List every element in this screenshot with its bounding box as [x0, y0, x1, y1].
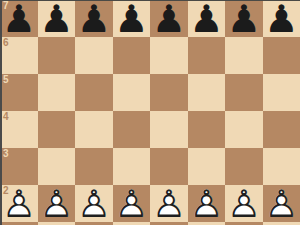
square-b4[interactable] — [38, 111, 76, 148]
square-e4[interactable] — [150, 111, 188, 148]
square-b3[interactable] — [38, 148, 76, 185]
black-pawn[interactable]: ♟ — [113, 0, 151, 37]
square-d2[interactable]: ♟♙ — [113, 185, 151, 222]
white-pawn-outline: ♙ — [188, 185, 226, 222]
square-d3[interactable] — [113, 148, 151, 185]
chess-app-viewport: 7♟♟♟♟♟♟♟♟65432♟♙♟♙♟♙♟♙♟♙♟♙♟♙♟♙ — [0, 0, 300, 225]
square-b7[interactable]: ♟ — [38, 0, 76, 37]
rank-label-4: 4 — [3, 112, 9, 122]
black-pawn[interactable]: ♟ — [75, 0, 113, 37]
square-g5[interactable] — [225, 74, 263, 111]
square-h7[interactable]: ♟ — [263, 0, 301, 37]
rank-label-5: 5 — [3, 75, 9, 85]
square-f5[interactable] — [188, 74, 226, 111]
white-pawn-outline: ♙ — [75, 185, 113, 222]
white-pawn[interactable]: ♟♙ — [225, 185, 263, 222]
square-c2[interactable]: ♟♙ — [75, 185, 113, 222]
square-h4[interactable] — [263, 111, 301, 148]
square-c4[interactable] — [75, 111, 113, 148]
square-a5[interactable]: 5 — [0, 74, 38, 111]
square-c5[interactable] — [75, 74, 113, 111]
square-a3[interactable]: 3 — [0, 148, 38, 185]
square-e7[interactable]: ♟ — [150, 0, 188, 37]
black-pawn[interactable]: ♟ — [263, 0, 301, 37]
rank-label-3: 3 — [3, 149, 9, 159]
square-b2[interactable]: ♟♙ — [38, 185, 76, 222]
square-g2[interactable]: ♟♙ — [225, 185, 263, 222]
black-pawn[interactable]: ♟ — [150, 0, 188, 37]
window-border-left — [0, 0, 2, 225]
square-d5[interactable] — [113, 74, 151, 111]
square-f3[interactable] — [188, 148, 226, 185]
square-e3[interactable] — [150, 148, 188, 185]
square-a2[interactable]: 2♟♙ — [0, 185, 38, 222]
square-g6[interactable] — [225, 37, 263, 74]
square-d7[interactable]: ♟ — [113, 0, 151, 37]
white-pawn[interactable]: ♟♙ — [188, 185, 226, 222]
square-a7[interactable]: 7♟ — [0, 0, 38, 37]
square-h6[interactable] — [263, 37, 301, 74]
white-pawn[interactable]: ♟♙ — [0, 185, 38, 222]
square-f6[interactable] — [188, 37, 226, 74]
square-h2[interactable]: ♟♙ — [263, 185, 301, 222]
square-a4[interactable]: 4 — [0, 111, 38, 148]
white-pawn-outline: ♙ — [38, 185, 76, 222]
window-border-top — [0, 0, 300, 1]
white-pawn-outline: ♙ — [0, 185, 38, 222]
square-e2[interactable]: ♟♙ — [150, 185, 188, 222]
square-b5[interactable] — [38, 74, 76, 111]
square-e5[interactable] — [150, 74, 188, 111]
white-pawn-outline: ♙ — [225, 185, 263, 222]
square-d4[interactable] — [113, 111, 151, 148]
square-c3[interactable] — [75, 148, 113, 185]
white-pawn[interactable]: ♟♙ — [113, 185, 151, 222]
square-g4[interactable] — [225, 111, 263, 148]
square-b6[interactable] — [38, 37, 76, 74]
black-pawn[interactable]: ♟ — [0, 0, 38, 37]
square-g7[interactable]: ♟ — [225, 0, 263, 37]
square-a6[interactable]: 6 — [0, 37, 38, 74]
square-f4[interactable] — [188, 111, 226, 148]
square-h5[interactable] — [263, 74, 301, 111]
square-g3[interactable] — [225, 148, 263, 185]
black-pawn[interactable]: ♟ — [188, 0, 226, 37]
white-pawn[interactable]: ♟♙ — [75, 185, 113, 222]
white-pawn-outline: ♙ — [150, 185, 188, 222]
square-c6[interactable] — [75, 37, 113, 74]
black-pawn[interactable]: ♟ — [38, 0, 76, 37]
white-pawn-outline: ♙ — [113, 185, 151, 222]
chess-board: 7♟♟♟♟♟♟♟♟65432♟♙♟♙♟♙♟♙♟♙♟♙♟♙♟♙ — [0, 0, 300, 225]
square-e6[interactable] — [150, 37, 188, 74]
white-pawn[interactable]: ♟♙ — [38, 185, 76, 222]
square-d6[interactable] — [113, 37, 151, 74]
square-f2[interactable]: ♟♙ — [188, 185, 226, 222]
white-pawn[interactable]: ♟♙ — [263, 185, 301, 222]
black-pawn[interactable]: ♟ — [225, 0, 263, 37]
white-pawn[interactable]: ♟♙ — [150, 185, 188, 222]
square-c7[interactable]: ♟ — [75, 0, 113, 37]
square-h3[interactable] — [263, 148, 301, 185]
white-pawn-outline: ♙ — [263, 185, 301, 222]
square-f7[interactable]: ♟ — [188, 0, 226, 37]
